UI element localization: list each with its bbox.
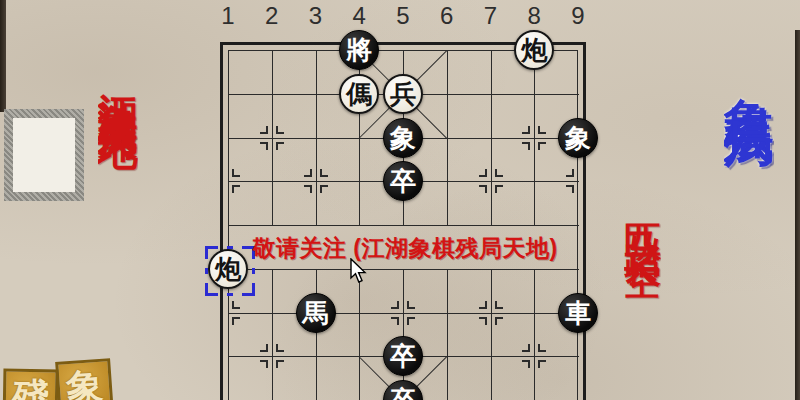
star-point-marker [276, 360, 284, 368]
star-point-marker [232, 185, 240, 193]
star-point-marker [276, 126, 284, 134]
star-point-marker [407, 317, 415, 325]
piece-red-soldier[interactable]: 兵 [383, 74, 423, 114]
star-point-marker [407, 301, 415, 309]
star-point-marker [495, 169, 503, 177]
star-point-marker [260, 344, 268, 352]
mouse-cursor-icon [350, 258, 367, 284]
star-point-marker [304, 185, 312, 193]
star-point-marker [260, 126, 268, 134]
right-edge-strip [795, 30, 800, 400]
piece-black-soldier[interactable]: 卒 [383, 336, 423, 376]
star-point-marker [522, 344, 530, 352]
right-red-caption: 匹马踏长空 [624, 194, 661, 400]
piece-black-soldier[interactable]: 卒 [383, 380, 423, 400]
piece-red-horse[interactable]: 傌 [339, 74, 379, 114]
star-point-marker [232, 317, 240, 325]
star-point-marker [538, 142, 546, 150]
star-point-marker [522, 360, 530, 368]
column-label-4: 4 [353, 2, 366, 30]
xiangqi-app-screen: { "game": "xiangqi", "position": { "fen"… [0, 0, 800, 400]
river-banner-text: 敬请关注 (江湖象棋残局天地) [240, 233, 570, 264]
star-point-marker [495, 185, 503, 193]
star-point-marker [260, 360, 268, 368]
piece-black-general[interactable]: 將 [339, 30, 379, 70]
star-point-marker [320, 169, 328, 177]
star-point-marker [320, 185, 328, 193]
star-point-marker [276, 344, 284, 352]
piece-black-elephant[interactable]: 象 [383, 118, 423, 158]
column-label-3: 3 [309, 2, 322, 30]
star-point-marker [538, 360, 546, 368]
column-label-2: 2 [265, 2, 278, 30]
board-overlay: 將炮傌兵象象卒炮馬車卒卒 [228, 50, 578, 400]
column-label-5: 5 [396, 2, 409, 30]
star-point-marker [538, 344, 546, 352]
piece-black-soldier[interactable]: 卒 [383, 161, 423, 201]
star-point-marker [304, 169, 312, 177]
column-label-7: 7 [484, 2, 497, 30]
star-point-marker [495, 317, 503, 325]
piece-red-cannon[interactable]: 炮 [514, 30, 554, 70]
star-point-marker [276, 142, 284, 150]
star-point-marker [479, 169, 487, 177]
column-label-9: 9 [571, 2, 584, 30]
star-point-marker [522, 126, 530, 134]
star-point-marker [479, 185, 487, 193]
column-label-8: 8 [528, 2, 541, 30]
channel-stamp-chars [13, 118, 75, 192]
star-point-marker [391, 317, 399, 325]
left-vertical-caption: 江湖象棋残局天地 [98, 62, 138, 400]
star-point-marker [566, 185, 574, 193]
gold-seal-can: 殘 [3, 369, 59, 400]
star-point-marker [479, 301, 487, 309]
star-point-marker [566, 169, 574, 177]
star-point-marker [522, 142, 530, 150]
piece-black-horse[interactable]: 馬 [296, 293, 336, 333]
star-point-marker [495, 301, 503, 309]
star-point-marker [479, 317, 487, 325]
gold-seal-elephant: 象 [55, 358, 114, 400]
star-point-marker [232, 301, 240, 309]
right-blue-title: 象棋残局 [724, 58, 774, 400]
column-label-1: 1 [221, 2, 234, 30]
channel-stamp-seal [4, 109, 84, 201]
left-edge-strip [0, 0, 6, 112]
piece-black-chariot[interactable]: 車 [558, 293, 598, 333]
star-point-marker [391, 301, 399, 309]
star-point-marker [260, 142, 268, 150]
piece-black-elephant[interactable]: 象 [558, 118, 598, 158]
column-label-6: 6 [440, 2, 453, 30]
star-point-marker [538, 126, 546, 134]
star-point-marker [232, 169, 240, 177]
